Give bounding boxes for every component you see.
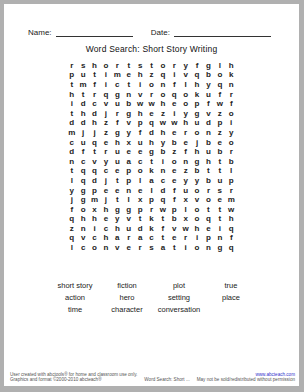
grid-cell: k — [146, 224, 157, 234]
grid-cell: c — [112, 80, 123, 90]
grid-cell: v — [123, 119, 134, 129]
grid-cell: z — [214, 109, 225, 119]
grid-cell: q — [77, 176, 88, 186]
grid-cell: a — [112, 234, 123, 244]
grid-cell: p — [66, 71, 77, 81]
grid-cell: n — [66, 157, 77, 167]
footer-copyright-line: Graphics and format ©2000-2010 abcteach® — [10, 377, 137, 383]
grid-cell: l — [66, 176, 77, 186]
word-list-item: time — [49, 304, 101, 316]
grid-cell: f — [169, 186, 180, 196]
grid-cell: e — [123, 243, 134, 253]
grid-cell: r — [226, 90, 237, 100]
grid-cell: d — [203, 119, 214, 129]
grid-cell: e — [169, 128, 180, 138]
grid-cell: c — [89, 234, 100, 244]
grid-cell: c — [134, 157, 145, 167]
grid-cell: f — [134, 128, 145, 138]
grid-cell: n — [157, 80, 168, 90]
grid-cell: r — [89, 90, 100, 100]
grid-cell: b — [169, 138, 180, 148]
grid-cell: j — [191, 138, 202, 148]
grid-cell: c — [89, 99, 100, 109]
grid-cell: q — [89, 167, 100, 177]
grid-cell: j — [100, 109, 111, 119]
grid-cell: x — [123, 138, 134, 148]
grid-cell: h — [89, 61, 100, 71]
grid-cell: f — [214, 90, 225, 100]
grid-cell: e — [123, 147, 134, 157]
grid-cell: i — [169, 71, 180, 81]
grid-cell: l — [226, 167, 237, 177]
grid-cell: u — [203, 147, 214, 157]
grid-cell: v — [77, 234, 88, 244]
grid-cell: r — [180, 128, 191, 138]
grid-cell: j — [100, 176, 111, 186]
grid-cell: o — [226, 109, 237, 119]
grid-cell: h — [203, 157, 214, 167]
grid-cell: j — [89, 128, 100, 138]
grid-cell: m — [66, 128, 77, 138]
grid-cell: i — [214, 224, 225, 234]
grid-cell: e — [169, 167, 180, 177]
grid-cell: t — [157, 234, 168, 244]
grid-cell: f — [169, 195, 180, 205]
name-blank-line — [56, 27, 134, 37]
grid-cell: q — [89, 138, 100, 148]
grid-cell: g — [112, 205, 123, 215]
grid-cell: y — [157, 138, 168, 148]
grid-cell: h — [134, 71, 145, 81]
grid-cell: y — [66, 186, 77, 196]
footer-doc-title: Word Search: Short ... — [137, 377, 196, 383]
grid-cell: p — [169, 205, 180, 215]
grid-cell: u — [77, 71, 88, 81]
word-list-item — [205, 304, 257, 316]
grid-cell: u — [77, 138, 88, 148]
grid-cell: y — [203, 80, 214, 90]
word-list-item: setting — [153, 292, 205, 304]
grid-cell: g — [191, 109, 202, 119]
grid-cell: u — [134, 138, 145, 148]
grid-cell: l — [123, 195, 134, 205]
grid-cell: i — [100, 71, 111, 81]
grid-cell: f — [112, 119, 123, 129]
grid-cell: e — [100, 186, 111, 196]
grid-cell: o — [191, 186, 202, 196]
grid-cell: x — [180, 195, 191, 205]
grid-cell: r — [112, 109, 123, 119]
grid-cell: t — [112, 195, 123, 205]
grid-cell: h — [134, 109, 145, 119]
grid-cell: g — [214, 243, 225, 253]
grid-cell: y — [180, 176, 191, 186]
grid-cell: l — [180, 80, 191, 90]
grid-cell: q — [66, 215, 77, 225]
grid-cell: t — [214, 167, 225, 177]
grid-cell: o — [180, 99, 191, 109]
grid-cell: q — [191, 71, 202, 81]
grid-cell: q — [203, 215, 214, 225]
grid-cell: h — [157, 99, 168, 109]
word-list-item: conversation — [153, 304, 205, 316]
grid-cell: b — [203, 176, 214, 186]
grid-cell: v — [169, 224, 180, 234]
grid-cell: p — [191, 99, 202, 109]
word-list-item: place — [205, 292, 257, 304]
grid-cell: q — [157, 71, 168, 81]
grid-cell: y — [191, 176, 202, 186]
grid-cell: p — [134, 119, 145, 129]
name-date-row: Name: Date: — [4, 26, 299, 37]
grid-cell: d — [134, 224, 145, 234]
word-list: short storyfictionplottrueactionherosett… — [49, 280, 299, 316]
grid-cell: r — [66, 61, 77, 71]
grid-cell: g — [77, 186, 88, 196]
grid-cell: h — [112, 224, 123, 234]
grid-cell: q — [157, 195, 168, 205]
grid-cell: d — [146, 128, 157, 138]
grid-cell: e — [169, 234, 180, 244]
grid-cell: b — [157, 147, 168, 157]
grid-cell: r — [169, 61, 180, 71]
grid-cell: z — [66, 224, 77, 234]
grid-cell: n — [77, 224, 88, 234]
grid-cell: u — [180, 186, 191, 196]
grid-cell: x — [134, 195, 145, 205]
grid-cell: e — [100, 138, 111, 148]
grid-cell: f — [191, 61, 202, 71]
grid-cell: e — [214, 195, 225, 205]
grid-cell: r — [203, 186, 214, 196]
grid-cell: o — [134, 167, 145, 177]
grid-cell: c — [77, 243, 88, 253]
grid-cell: t — [112, 176, 123, 186]
grid-cell: j — [66, 195, 77, 205]
grid-cell: q — [100, 90, 111, 100]
grid-cell: h — [77, 215, 88, 225]
footer-permission-line: May not be sold/redistributed without pe… — [197, 377, 295, 383]
grid-cell: v — [134, 90, 145, 100]
footer-right: www.abcteach.com May not be sold/redistr… — [197, 372, 295, 383]
grid-cell: w — [134, 99, 145, 109]
grid-cell: s — [134, 61, 145, 71]
grid-cell: i — [180, 243, 191, 253]
grid-cell: o — [214, 71, 225, 81]
grid-cell: n — [123, 186, 134, 196]
grid-cell: v — [100, 99, 111, 109]
word-list-item: action — [49, 292, 101, 304]
grid-cell: e — [100, 215, 111, 225]
grid-cell: l — [66, 243, 77, 253]
grid-cell: e — [203, 224, 214, 234]
grid-cell: i — [89, 224, 100, 234]
grid-cell: r — [146, 205, 157, 215]
grid-cell: z — [214, 128, 225, 138]
date-label: Date: — [151, 28, 170, 37]
grid-cell: t — [157, 215, 168, 225]
grid-cell: z — [100, 119, 111, 129]
grid-cell: e — [169, 176, 180, 186]
grid-cell: z — [157, 109, 168, 119]
grid-cell: l — [214, 61, 225, 71]
grid-cell: o — [100, 61, 111, 71]
grid-cell: o — [203, 195, 214, 205]
grid-cell: a — [157, 243, 168, 253]
grid-cell: t — [203, 167, 214, 177]
grid-cell: h — [191, 147, 202, 157]
grid-cell: f — [180, 147, 191, 157]
grid-cell: r — [123, 234, 134, 244]
grid-cell: g — [191, 157, 202, 167]
grid-cell: w — [157, 119, 168, 129]
grid-cell: x — [89, 205, 100, 215]
grid-cell: t — [123, 80, 134, 90]
grid-cell: a — [146, 176, 157, 186]
grid-cell: b — [123, 99, 134, 109]
grid-cell: z — [146, 71, 157, 81]
grid-cell: z — [169, 147, 180, 157]
grid-cell: g — [112, 90, 123, 100]
grid-cell: q — [77, 167, 88, 177]
grid-cell: l — [180, 205, 191, 215]
grid-cell: v — [89, 157, 100, 167]
grid-cell: y — [180, 61, 191, 71]
grid-cell: r — [226, 186, 237, 196]
grid-cell: d — [77, 119, 88, 129]
grid-cell: s — [146, 243, 157, 253]
grid-cell: e — [146, 109, 157, 119]
grid-cell: n — [123, 90, 134, 100]
name-label: Name: — [28, 28, 52, 37]
grid-cell: r — [134, 243, 145, 253]
grid-cell: e — [112, 167, 123, 177]
grid-cell: p — [203, 234, 214, 244]
grid-cell: b — [203, 138, 214, 148]
grid-cell: w — [169, 119, 180, 129]
grid-cell: t — [77, 90, 88, 100]
grid-cell: s — [77, 61, 88, 71]
grid-cell: i — [191, 234, 202, 244]
date-blank-line — [174, 27, 271, 37]
grid-cell: e — [112, 186, 123, 196]
grid-cell: d — [66, 147, 77, 157]
grid-cell: q — [66, 234, 77, 244]
grid-cell: i — [100, 80, 111, 90]
grid-cell: w — [157, 205, 168, 215]
grid-cell: i — [169, 109, 180, 119]
grid-cell: a — [134, 234, 145, 244]
grid-cell: w — [146, 99, 157, 109]
grid-cell: q — [169, 90, 180, 100]
grid-cell: h — [66, 90, 77, 100]
grid-cell: u — [203, 90, 214, 100]
grid-cell: f — [169, 80, 180, 90]
grid-cell: t — [214, 157, 225, 167]
grid-cell: q — [214, 80, 225, 90]
grid-cell: k — [146, 215, 157, 225]
word-list-item: fiction — [101, 280, 153, 292]
grid-cell: u — [191, 119, 202, 129]
grid-cell: c — [146, 234, 157, 244]
grid-cell: i — [66, 99, 77, 109]
grid-cell: o — [157, 61, 168, 71]
grid-cell: v — [191, 195, 202, 205]
grid-cell: h — [226, 215, 237, 225]
grid-cell: f — [66, 205, 77, 215]
grid-cell: t — [214, 215, 225, 225]
grid-cell: o — [157, 90, 168, 100]
grid-cell: g — [123, 109, 134, 119]
grid-cell: n — [203, 128, 214, 138]
grid-cell: z — [180, 167, 191, 177]
grid-cell: e — [134, 186, 145, 196]
word-list-item: true — [205, 280, 257, 292]
grid-cell: r — [112, 61, 123, 71]
grid-cell: z — [100, 128, 111, 138]
grid-cell: g — [146, 147, 157, 157]
grid-cell: o — [77, 205, 88, 215]
grid-cell: e — [134, 147, 145, 157]
grid-cell: v — [203, 109, 214, 119]
grid-cell: h — [100, 234, 111, 244]
grid-cell: n — [157, 167, 168, 177]
grid-cell: n — [203, 243, 214, 253]
grid-cell: t — [66, 167, 77, 177]
grid-cell: d — [89, 176, 100, 186]
grid-cell: h — [226, 61, 237, 71]
grid-cell: t — [66, 80, 77, 90]
grid-cell: o — [191, 215, 202, 225]
grid-cell: o — [226, 138, 237, 148]
grid-cell: v — [112, 243, 123, 253]
grid-cell: t — [203, 205, 214, 215]
grid-cell: f — [77, 147, 88, 157]
grid-cell: h — [146, 138, 157, 148]
grid-cell: y — [123, 128, 134, 138]
word-list-item: hero — [101, 292, 153, 304]
grid-cell: i — [134, 80, 145, 90]
word-list-item: short story — [49, 280, 101, 292]
grid-cell: r — [226, 147, 237, 157]
grid-cell: p — [146, 195, 157, 205]
grid-cell: t — [66, 109, 77, 119]
grid-cell: n — [180, 157, 191, 167]
grid-cell: u — [112, 157, 123, 167]
grid-cell: h — [191, 224, 202, 234]
grid-cell: o — [146, 80, 157, 90]
grid-cell: i — [226, 119, 237, 129]
grid-cell: d — [77, 99, 88, 109]
grid-cell: o — [191, 128, 202, 138]
grid-cell: m — [226, 195, 237, 205]
grid-cell: f — [226, 99, 237, 109]
grid-cell: d — [66, 119, 77, 129]
grid-cell: t — [89, 71, 100, 81]
grid-cell: h — [180, 119, 191, 129]
grid-cell: h — [157, 128, 168, 138]
page-frame: Name: Date: Word Search: Short Story Wri… — [0, 0, 304, 392]
grid-cell: h — [112, 138, 123, 148]
grid-cell: h — [89, 215, 100, 225]
grid-cell: m — [89, 195, 100, 205]
grid-cell: t — [146, 157, 157, 167]
grid-cell: p — [89, 186, 100, 196]
grid-cell: g — [203, 61, 214, 71]
grid-cell: c — [157, 176, 168, 186]
grid-cell: q — [146, 119, 157, 129]
grid-cell: u — [123, 224, 134, 234]
grid-cell: e — [169, 99, 180, 109]
grid-cell: m — [112, 71, 123, 81]
grid-cell: y — [112, 215, 123, 225]
grid-cell: c — [100, 167, 111, 177]
grid-cell: p — [214, 119, 225, 129]
grid-cell: h — [77, 109, 88, 119]
grid-cell: o — [169, 157, 180, 167]
grid-cell: k — [226, 71, 237, 81]
grid-cell: y — [226, 128, 237, 138]
grid-cell: e — [123, 71, 134, 81]
grid-cell: n — [214, 234, 225, 244]
grid-cell: y — [180, 109, 191, 119]
grid-cell: u — [214, 176, 225, 186]
grid-cell: a — [123, 157, 134, 167]
grid-cell: j — [77, 128, 88, 138]
grid-cell: o — [191, 243, 202, 253]
grid-cell: t — [169, 243, 180, 253]
grid-cell: c — [66, 138, 77, 148]
grid-cell: t — [123, 61, 134, 71]
abcteach-link[interactable]: www.abcteach.com — [255, 372, 295, 377]
grid-cell: u — [112, 99, 123, 109]
grid-cell: l — [134, 176, 145, 186]
grid-cell: h — [100, 205, 111, 215]
grid-cell: g — [112, 128, 123, 138]
grid-cell: f — [89, 80, 100, 90]
grid-cell: h — [89, 119, 100, 129]
grid-cell: n — [100, 243, 111, 253]
grid-cell: r — [146, 90, 157, 100]
word-search-grid: rshortstoryfglhputimehzqivqboktmfictionf… — [4, 61, 299, 253]
grid-cell: p — [134, 205, 145, 215]
footer: User created with abctools® for home and… — [10, 372, 295, 383]
grid-cell: d — [157, 186, 168, 196]
grid-cell: s — [214, 186, 225, 196]
word-list-item: plot — [153, 280, 205, 292]
grid-cell: j — [100, 195, 111, 205]
grid-cell: w — [226, 205, 237, 215]
grid-cell: m — [77, 80, 88, 90]
grid-cell: h — [191, 80, 202, 90]
grid-cell: v — [180, 71, 191, 81]
grid-cell: b — [226, 157, 237, 167]
grid-cell: n — [226, 80, 237, 90]
grid-cell: r — [180, 234, 191, 244]
grid-cell: c — [77, 157, 88, 167]
grid-cell: w — [180, 224, 191, 234]
grid-cell: k — [191, 90, 202, 100]
footer-left: User created with abctools® for home and… — [10, 372, 137, 383]
grid-cell: k — [146, 167, 157, 177]
grid-cell: q — [226, 224, 237, 234]
grid-cell: w — [214, 99, 225, 109]
grid-cell: p — [123, 167, 134, 177]
grid-cell: u — [112, 147, 123, 157]
grid-cell: y — [100, 157, 111, 167]
grid-cell: i — [157, 157, 168, 167]
grid-cell: b — [169, 215, 180, 225]
